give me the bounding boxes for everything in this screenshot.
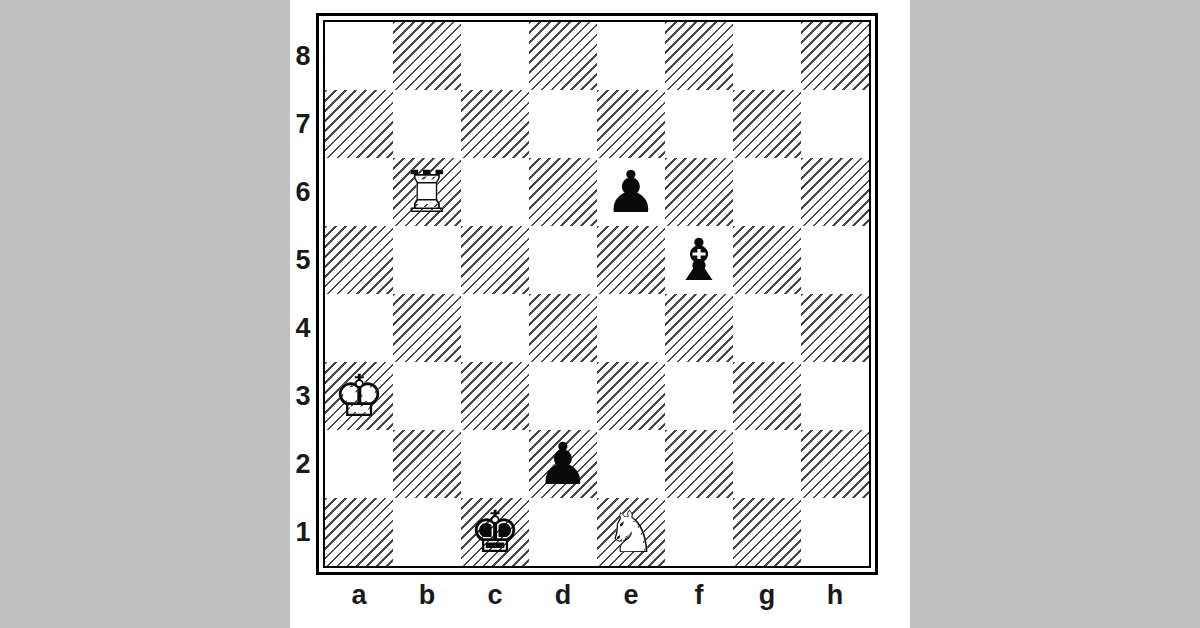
square-f5[interactable]: ♝ xyxy=(665,226,733,294)
square-h6[interactable] xyxy=(801,158,869,226)
square-e6[interactable]: ♟ xyxy=(597,158,665,226)
square-d1[interactable] xyxy=(529,498,597,566)
rank-label-3: 3 xyxy=(290,362,316,430)
white-king-outline: ♔ xyxy=(325,362,393,430)
chess-diagram-panel: 87654321 ♜♖♟♝♚♔♟♚♞♘ abcdefgh xyxy=(290,0,910,628)
square-g3[interactable] xyxy=(733,362,801,430)
file-label-g: g xyxy=(733,582,801,609)
file-label-f: f xyxy=(665,582,733,609)
square-b3[interactable] xyxy=(393,362,461,430)
square-e3[interactable] xyxy=(597,362,665,430)
rank-label-4: 4 xyxy=(290,294,316,362)
rank-labels: 87654321 xyxy=(290,22,316,566)
square-b8[interactable] xyxy=(393,22,461,90)
board-area: 87654321 ♜♖♟♝♚♔♟♚♞♘ xyxy=(290,0,910,575)
square-a8[interactable] xyxy=(325,22,393,90)
square-d6[interactable] xyxy=(529,158,597,226)
square-f2[interactable] xyxy=(665,430,733,498)
square-h4[interactable] xyxy=(801,294,869,362)
square-a4[interactable] xyxy=(325,294,393,362)
square-g5[interactable] xyxy=(733,226,801,294)
square-h1[interactable] xyxy=(801,498,869,566)
page-canvas: 87654321 ♜♖♟♝♚♔♟♚♞♘ abcdefgh xyxy=(0,0,1200,628)
square-f6[interactable] xyxy=(665,158,733,226)
rank-label-8: 8 xyxy=(290,22,316,90)
file-labels: abcdefgh xyxy=(325,575,910,615)
square-a5[interactable] xyxy=(325,226,393,294)
square-d2[interactable]: ♟ xyxy=(529,430,597,498)
square-b5[interactable] xyxy=(393,226,461,294)
black-pawn[interactable]: ♟ xyxy=(597,158,665,226)
file-label-b: b xyxy=(393,582,461,609)
white-king[interactable]: ♚♔ xyxy=(325,362,393,430)
square-g4[interactable] xyxy=(733,294,801,362)
square-c3[interactable] xyxy=(461,362,529,430)
white-rook[interactable]: ♜♖ xyxy=(393,158,461,226)
square-h2[interactable] xyxy=(801,430,869,498)
square-e4[interactable] xyxy=(597,294,665,362)
board-inner-frame: ♜♖♟♝♚♔♟♚♞♘ xyxy=(323,20,871,568)
board-outer-frame: ♜♖♟♝♚♔♟♚♞♘ xyxy=(316,13,878,575)
square-b1[interactable] xyxy=(393,498,461,566)
square-a2[interactable] xyxy=(325,430,393,498)
square-a1[interactable] xyxy=(325,498,393,566)
rank-label-7: 7 xyxy=(290,90,316,158)
square-h5[interactable] xyxy=(801,226,869,294)
square-e7[interactable] xyxy=(597,90,665,158)
black-bishop[interactable]: ♝ xyxy=(665,226,733,294)
square-c1[interactable]: ♚ xyxy=(461,498,529,566)
square-e1[interactable]: ♞♘ xyxy=(597,498,665,566)
square-f4[interactable] xyxy=(665,294,733,362)
square-g1[interactable] xyxy=(733,498,801,566)
rank-label-6: 6 xyxy=(290,158,316,226)
square-h7[interactable] xyxy=(801,90,869,158)
square-f8[interactable] xyxy=(665,22,733,90)
rank-label-1: 1 xyxy=(290,498,316,566)
square-c5[interactable] xyxy=(461,226,529,294)
square-b6[interactable]: ♜♖ xyxy=(393,158,461,226)
square-b2[interactable] xyxy=(393,430,461,498)
square-h3[interactable] xyxy=(801,362,869,430)
file-label-a: a xyxy=(325,582,393,609)
square-a3[interactable]: ♚♔ xyxy=(325,362,393,430)
square-a7[interactable] xyxy=(325,90,393,158)
file-label-h: h xyxy=(801,582,869,609)
square-a6[interactable] xyxy=(325,158,393,226)
square-c2[interactable] xyxy=(461,430,529,498)
square-g8[interactable] xyxy=(733,22,801,90)
square-c4[interactable] xyxy=(461,294,529,362)
square-e2[interactable] xyxy=(597,430,665,498)
white-knight-outline: ♘ xyxy=(597,498,665,566)
file-label-d: d xyxy=(529,582,597,609)
square-e8[interactable] xyxy=(597,22,665,90)
white-rook-outline: ♖ xyxy=(393,158,461,226)
square-d5[interactable] xyxy=(529,226,597,294)
file-label-e: e xyxy=(597,582,665,609)
rank-label-2: 2 xyxy=(290,430,316,498)
rank-label-5: 5 xyxy=(290,226,316,294)
black-king[interactable]: ♚ xyxy=(461,498,529,566)
square-d8[interactable] xyxy=(529,22,597,90)
square-b7[interactable] xyxy=(393,90,461,158)
file-label-c: c xyxy=(461,582,529,609)
square-c7[interactable] xyxy=(461,90,529,158)
square-e5[interactable] xyxy=(597,226,665,294)
square-h8[interactable] xyxy=(801,22,869,90)
square-f7[interactable] xyxy=(665,90,733,158)
square-f1[interactable] xyxy=(665,498,733,566)
square-g7[interactable] xyxy=(733,90,801,158)
square-c6[interactable] xyxy=(461,158,529,226)
square-g2[interactable] xyxy=(733,430,801,498)
square-b4[interactable] xyxy=(393,294,461,362)
white-knight[interactable]: ♞♘ xyxy=(597,498,665,566)
square-g6[interactable] xyxy=(733,158,801,226)
square-c8[interactable] xyxy=(461,22,529,90)
square-d7[interactable] xyxy=(529,90,597,158)
square-d4[interactable] xyxy=(529,294,597,362)
board-squares: ♜♖♟♝♚♔♟♚♞♘ xyxy=(325,22,869,566)
black-pawn[interactable]: ♟ xyxy=(529,430,597,498)
square-f3[interactable] xyxy=(665,362,733,430)
square-d3[interactable] xyxy=(529,362,597,430)
